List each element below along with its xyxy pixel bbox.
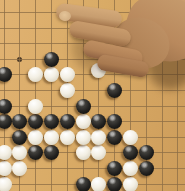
stone-black <box>107 161 122 176</box>
stone-black <box>0 99 12 114</box>
stone-white <box>60 83 75 98</box>
grid-line-horizontal <box>0 90 185 91</box>
stone-white <box>123 130 138 145</box>
stone-black <box>44 114 59 129</box>
stone-white <box>44 130 59 145</box>
stone-black <box>76 99 91 114</box>
stone-white <box>91 145 106 160</box>
stone-black <box>0 114 12 129</box>
go-board-photo <box>0 0 185 191</box>
stone-black <box>0 67 12 82</box>
stone-black <box>107 130 122 145</box>
stone-white <box>76 130 91 145</box>
stone-black <box>12 114 27 129</box>
stone-black <box>28 145 43 160</box>
stone-white <box>123 161 138 176</box>
stone-black <box>107 177 122 191</box>
stone-white <box>91 177 106 191</box>
stone-white <box>76 145 91 160</box>
stone-white <box>76 114 91 129</box>
stone-white <box>28 130 43 145</box>
grid-line-vertical <box>51 0 52 191</box>
stone-black <box>76 177 91 191</box>
stone-black <box>91 114 106 129</box>
stone-black <box>44 145 59 160</box>
stone-white <box>0 161 12 176</box>
stone-black <box>107 114 122 129</box>
stone-white <box>28 99 43 114</box>
grid-line-vertical <box>35 0 36 191</box>
stone-black <box>60 114 75 129</box>
stone-black <box>139 145 154 160</box>
stone-white <box>0 145 12 160</box>
stone-white <box>28 67 43 82</box>
stone-black <box>12 130 27 145</box>
stone-white <box>60 67 75 82</box>
stone-black <box>123 145 138 160</box>
stone-white <box>123 177 138 191</box>
grid-line-horizontal <box>0 168 185 169</box>
stone-white <box>12 145 27 160</box>
stone-white <box>44 67 59 82</box>
stone-black <box>139 161 154 176</box>
stone-white <box>0 177 12 191</box>
stone-white <box>60 130 75 145</box>
stone-black <box>28 114 43 129</box>
stone-black <box>107 83 122 98</box>
stone-black <box>44 52 59 67</box>
stone-white <box>12 161 27 176</box>
stone-white <box>91 130 106 145</box>
